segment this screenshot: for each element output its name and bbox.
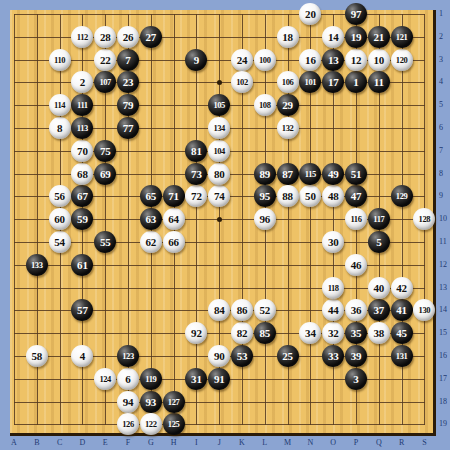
col-label-P: P bbox=[354, 439, 358, 447]
stone-black-61: 61 bbox=[71, 254, 93, 276]
stone-white-92: 92 bbox=[185, 322, 207, 344]
stone-white-8: 8 bbox=[49, 117, 71, 139]
stone-white-50: 50 bbox=[299, 185, 321, 207]
col-label-F: F bbox=[126, 439, 130, 447]
col-label-J: J bbox=[218, 439, 221, 447]
stone-black-129: 129 bbox=[391, 185, 413, 207]
stone-white-40: 40 bbox=[368, 277, 390, 299]
grid-line bbox=[14, 424, 425, 425]
star-point bbox=[217, 217, 222, 222]
stone-black-67: 67 bbox=[71, 185, 93, 207]
stone-white-16: 16 bbox=[299, 49, 321, 71]
stone-white-56: 56 bbox=[49, 185, 71, 207]
stone-white-28: 28 bbox=[94, 26, 116, 48]
stone-black-45: 45 bbox=[391, 322, 413, 344]
stone-black-21: 21 bbox=[368, 26, 390, 48]
row-label-11: 11 bbox=[439, 238, 447, 246]
row-label-3: 3 bbox=[439, 56, 443, 64]
stone-white-134: 134 bbox=[208, 117, 230, 139]
stone-white-122: 122 bbox=[140, 413, 162, 435]
row-label-1: 1 bbox=[439, 10, 443, 18]
col-label-B: B bbox=[34, 439, 39, 447]
go-diagram-frame: 1234567891011121314161718192021222324252… bbox=[0, 0, 450, 450]
stone-black-87: 87 bbox=[277, 163, 299, 185]
stone-white-6: 6 bbox=[117, 368, 139, 390]
stone-black-29: 29 bbox=[277, 94, 299, 116]
stone-white-74: 74 bbox=[208, 185, 230, 207]
stone-white-86: 86 bbox=[231, 299, 253, 321]
stone-white-106: 106 bbox=[277, 71, 299, 93]
go-board[interactable]: 1234567891011121314161718192021222324252… bbox=[10, 10, 436, 436]
stone-black-17: 17 bbox=[322, 71, 344, 93]
stone-black-55: 55 bbox=[94, 231, 116, 253]
stone-black-85: 85 bbox=[254, 322, 276, 344]
stone-white-54: 54 bbox=[49, 231, 71, 253]
stone-white-14: 14 bbox=[322, 26, 344, 48]
stone-white-30: 30 bbox=[322, 231, 344, 253]
row-label-7: 7 bbox=[439, 147, 443, 155]
stone-black-69: 69 bbox=[94, 163, 116, 185]
stone-white-36: 36 bbox=[345, 299, 367, 321]
stone-black-49: 49 bbox=[322, 163, 344, 185]
col-label-A: A bbox=[11, 439, 17, 447]
col-label-E: E bbox=[103, 439, 108, 447]
stone-white-22: 22 bbox=[94, 49, 116, 71]
col-label-R: R bbox=[399, 439, 404, 447]
col-label-C: C bbox=[57, 439, 62, 447]
stone-black-5: 5 bbox=[368, 231, 390, 253]
stone-white-62: 62 bbox=[140, 231, 162, 253]
stone-white-110: 110 bbox=[49, 49, 71, 71]
stone-white-44: 44 bbox=[322, 299, 344, 321]
stone-black-37: 37 bbox=[368, 299, 390, 321]
stone-white-112: 112 bbox=[71, 26, 93, 48]
stone-black-111: 111 bbox=[71, 94, 93, 116]
stone-white-18: 18 bbox=[277, 26, 299, 48]
row-label-15: 15 bbox=[439, 329, 447, 337]
stone-white-114: 114 bbox=[49, 94, 71, 116]
stone-black-123: 123 bbox=[117, 345, 139, 367]
row-label-13: 13 bbox=[439, 284, 447, 292]
stone-white-64: 64 bbox=[163, 208, 185, 230]
grid-line bbox=[14, 242, 425, 243]
stone-white-96: 96 bbox=[254, 208, 276, 230]
stone-white-68: 68 bbox=[71, 163, 93, 185]
stone-white-4: 4 bbox=[71, 345, 93, 367]
stone-white-116: 116 bbox=[345, 208, 367, 230]
stone-black-39: 39 bbox=[345, 345, 367, 367]
row-label-6: 6 bbox=[439, 124, 443, 132]
stone-black-77: 77 bbox=[117, 117, 139, 139]
stone-black-115: 115 bbox=[299, 163, 321, 185]
row-label-12: 12 bbox=[439, 261, 447, 269]
stone-white-12: 12 bbox=[345, 49, 367, 71]
stone-white-20: 20 bbox=[299, 3, 321, 25]
stone-black-31: 31 bbox=[185, 368, 207, 390]
stone-black-91: 91 bbox=[208, 368, 230, 390]
stone-white-104: 104 bbox=[208, 140, 230, 162]
stone-black-19: 19 bbox=[345, 26, 367, 48]
stone-black-75: 75 bbox=[94, 140, 116, 162]
stone-black-71: 71 bbox=[163, 185, 185, 207]
stone-black-3: 3 bbox=[345, 368, 367, 390]
stone-black-63: 63 bbox=[140, 208, 162, 230]
stone-white-130: 130 bbox=[413, 299, 435, 321]
stone-white-42: 42 bbox=[391, 277, 413, 299]
stone-black-95: 95 bbox=[254, 185, 276, 207]
stone-black-1: 1 bbox=[345, 71, 367, 93]
stone-black-133: 133 bbox=[26, 254, 48, 276]
stone-black-51: 51 bbox=[345, 163, 367, 185]
stone-white-118: 118 bbox=[322, 277, 344, 299]
stone-white-48: 48 bbox=[322, 185, 344, 207]
stone-black-93: 93 bbox=[140, 391, 162, 413]
stone-black-119: 119 bbox=[140, 368, 162, 390]
stone-black-53: 53 bbox=[231, 345, 253, 367]
star-point bbox=[217, 80, 222, 85]
col-label-S: S bbox=[422, 439, 426, 447]
row-label-18: 18 bbox=[439, 398, 447, 406]
stone-white-124: 124 bbox=[94, 368, 116, 390]
stone-white-126: 126 bbox=[117, 413, 139, 435]
stone-black-81: 81 bbox=[185, 140, 207, 162]
stone-black-7: 7 bbox=[117, 49, 139, 71]
stone-white-60: 60 bbox=[49, 208, 71, 230]
stone-white-108: 108 bbox=[254, 94, 276, 116]
stone-white-94: 94 bbox=[117, 391, 139, 413]
stone-black-97: 97 bbox=[345, 3, 367, 25]
col-label-L: L bbox=[262, 439, 267, 447]
grid-line bbox=[14, 288, 425, 289]
col-label-N: N bbox=[308, 439, 314, 447]
stone-black-125: 125 bbox=[163, 413, 185, 435]
stone-white-128: 128 bbox=[413, 208, 435, 230]
stone-white-90: 90 bbox=[208, 345, 230, 367]
stone-black-79: 79 bbox=[117, 94, 139, 116]
stone-white-72: 72 bbox=[185, 185, 207, 207]
stone-black-113: 113 bbox=[71, 117, 93, 139]
stone-white-34: 34 bbox=[299, 322, 321, 344]
stone-white-70: 70 bbox=[71, 140, 93, 162]
row-label-5: 5 bbox=[439, 101, 443, 109]
stone-white-10: 10 bbox=[368, 49, 390, 71]
stone-black-65: 65 bbox=[140, 185, 162, 207]
row-label-9: 9 bbox=[439, 192, 443, 200]
col-label-Q: Q bbox=[376, 439, 382, 447]
row-label-19: 19 bbox=[439, 420, 447, 428]
col-label-G: G bbox=[148, 439, 154, 447]
stone-black-25: 25 bbox=[277, 345, 299, 367]
stone-black-89: 89 bbox=[254, 163, 276, 185]
stone-white-32: 32 bbox=[322, 322, 344, 344]
stone-white-58: 58 bbox=[26, 345, 48, 367]
stone-white-46: 46 bbox=[345, 254, 367, 276]
stone-white-52: 52 bbox=[254, 299, 276, 321]
stone-white-24: 24 bbox=[231, 49, 253, 71]
stone-black-41: 41 bbox=[391, 299, 413, 321]
col-label-I: I bbox=[195, 439, 198, 447]
row-label-14: 14 bbox=[439, 306, 447, 314]
board-edge: 1234567891011121314161718192021222324252… bbox=[10, 10, 436, 436]
grid-line bbox=[14, 402, 425, 403]
stone-black-47: 47 bbox=[345, 185, 367, 207]
col-label-D: D bbox=[80, 439, 86, 447]
stone-black-27: 27 bbox=[140, 26, 162, 48]
stone-black-105: 105 bbox=[208, 94, 230, 116]
stone-black-35: 35 bbox=[345, 322, 367, 344]
stone-black-101: 101 bbox=[299, 71, 321, 93]
stone-white-66: 66 bbox=[163, 231, 185, 253]
col-label-O: O bbox=[330, 439, 336, 447]
stone-white-80: 80 bbox=[208, 163, 230, 185]
col-label-H: H bbox=[171, 439, 177, 447]
stone-black-131: 131 bbox=[391, 345, 413, 367]
stone-white-82: 82 bbox=[231, 322, 253, 344]
stone-black-13: 13 bbox=[322, 49, 344, 71]
stone-white-84: 84 bbox=[208, 299, 230, 321]
stone-black-121: 121 bbox=[391, 26, 413, 48]
stone-black-23: 23 bbox=[117, 71, 139, 93]
row-label-16: 16 bbox=[439, 352, 447, 360]
stone-white-26: 26 bbox=[117, 26, 139, 48]
col-label-M: M bbox=[284, 439, 291, 447]
stone-white-2: 2 bbox=[71, 71, 93, 93]
stone-black-117: 117 bbox=[368, 208, 390, 230]
stone-white-100: 100 bbox=[254, 49, 276, 71]
stone-black-57: 57 bbox=[71, 299, 93, 321]
row-label-17: 17 bbox=[439, 375, 447, 383]
stone-black-127: 127 bbox=[163, 391, 185, 413]
stone-white-120: 120 bbox=[391, 49, 413, 71]
stone-black-9: 9 bbox=[185, 49, 207, 71]
stone-white-88: 88 bbox=[277, 185, 299, 207]
stone-white-102: 102 bbox=[231, 71, 253, 93]
stone-black-59: 59 bbox=[71, 208, 93, 230]
stone-black-33: 33 bbox=[322, 345, 344, 367]
row-label-10: 10 bbox=[439, 215, 447, 223]
stone-white-38: 38 bbox=[368, 322, 390, 344]
stone-white-132: 132 bbox=[277, 117, 299, 139]
row-label-2: 2 bbox=[439, 33, 443, 41]
stone-black-73: 73 bbox=[185, 163, 207, 185]
stone-black-107: 107 bbox=[94, 71, 116, 93]
col-label-K: K bbox=[239, 439, 245, 447]
row-label-8: 8 bbox=[439, 170, 443, 178]
stone-black-11: 11 bbox=[368, 71, 390, 93]
row-label-4: 4 bbox=[439, 78, 443, 86]
